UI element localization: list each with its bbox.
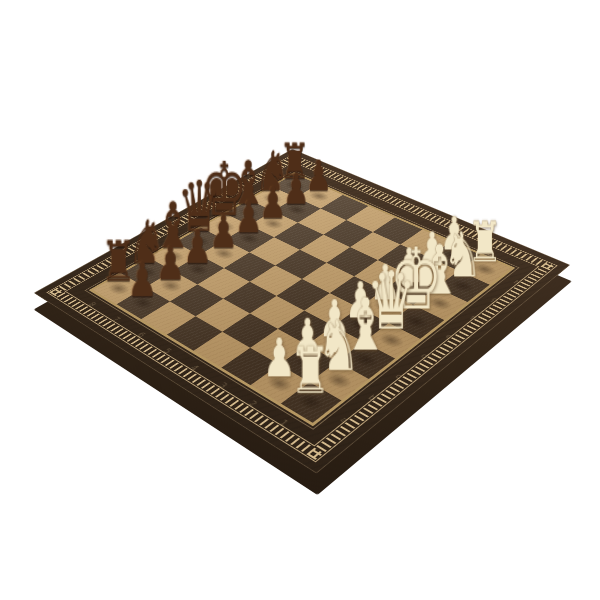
product-photo-stage: 87654321 hgfedcba ♜♟♞♟♝♟♚♟♛♟♝♟♟♞♜♟♟♜♞♟♟♝… bbox=[0, 0, 600, 600]
black-pawn-glyph: ♟ bbox=[155, 239, 185, 286]
white-rook-a1[interactable]: ♜ bbox=[281, 382, 341, 423]
black-pawn-glyph: ♟ bbox=[127, 255, 157, 303]
chess-board: 87654321 hgfedcba ♜♟♞♟♝♟♚♟♛♟♝♟♟♞♜♟♟♜♞♟♟♝… bbox=[34, 149, 571, 474]
white-rook-glyph: ♜ bbox=[289, 338, 330, 402]
scene: 87654321 hgfedcba ♜♟♞♟♝♟♚♟♛♟♝♟♟♞♜♟♟♜♞♟♟♝… bbox=[0, 0, 600, 600]
